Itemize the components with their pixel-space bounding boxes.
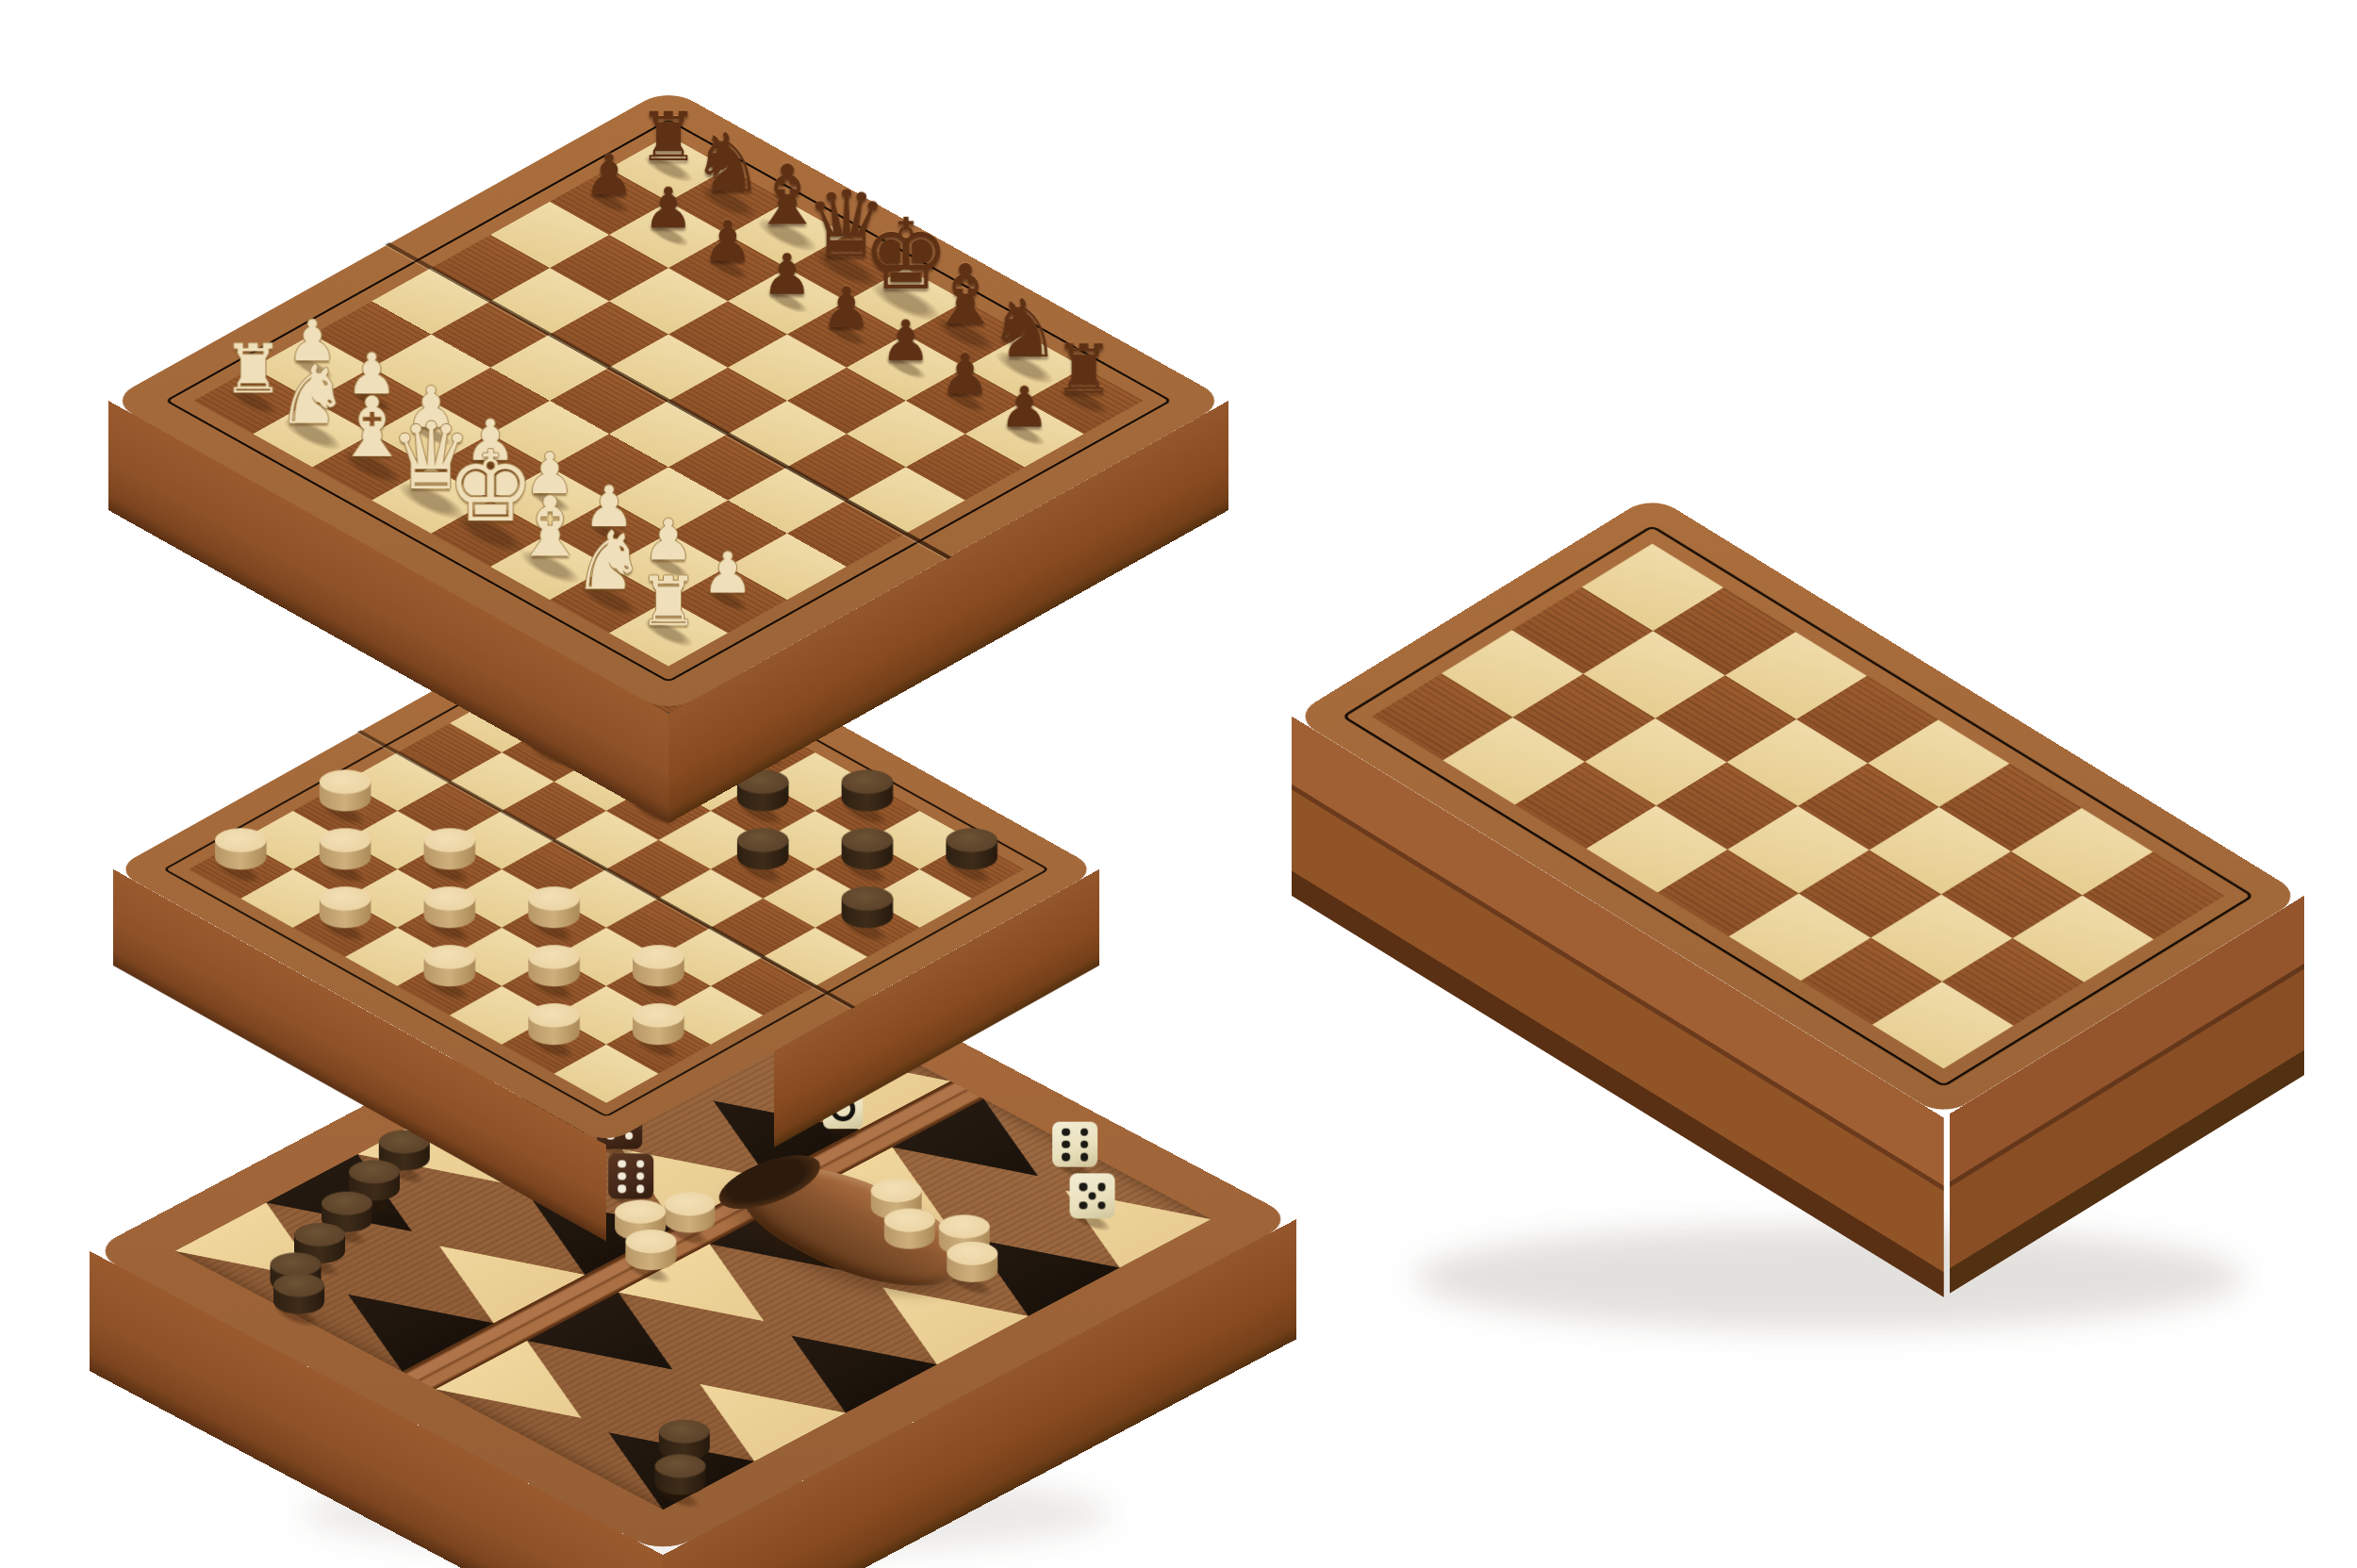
- chess-glyph: ♟: [762, 247, 813, 301]
- die-pip: [1080, 1128, 1088, 1135]
- die-pip: [1080, 1183, 1087, 1191]
- chess-glyph: ♟: [702, 214, 753, 268]
- closed-box-scene: [1292, 495, 2303, 1118]
- ground-shadow: [1414, 1226, 2244, 1329]
- die-pip: [1080, 1153, 1088, 1161]
- chess-glyph: ♜: [1053, 337, 1114, 401]
- chess-board: ♜♞♝♛♚♝♞♜♟♟♟♟♟♟♟♟♟♟♟♟♟♟♟♟♜♞♝♛♚♝♞♜: [108, 88, 1228, 714]
- chess-glyph: ♟: [584, 148, 635, 202]
- die-pip: [1080, 1141, 1088, 1148]
- chess-glyph: ♞: [573, 522, 646, 600]
- chess-glyph: ♟: [881, 314, 931, 368]
- product-photo-stage: ♜♞♝♛♚♝♞♜♟♟♟♟♟♟♟♟♟♟♟♟♟♟♟♟♜♞♝♛♚♝♞♜: [0, 0, 2357, 1568]
- closed-box: [1292, 495, 2303, 1118]
- die-pip: [1080, 1201, 1087, 1209]
- chess-glyph: ♟: [643, 513, 694, 567]
- die-pip: [1088, 1192, 1096, 1199]
- chess-glyph: ♜: [223, 337, 284, 401]
- die-pip: [1062, 1128, 1069, 1135]
- chess-glyph: ♜: [638, 569, 700, 633]
- die-pip: [1097, 1201, 1105, 1209]
- chess-glyph: ♟: [643, 181, 694, 235]
- die-pip: [1062, 1153, 1069, 1161]
- chess-glyph: ♟: [999, 380, 1050, 434]
- chess-glyph: ♞: [988, 290, 1061, 368]
- die-pip: [1097, 1183, 1105, 1191]
- chess-scene: ♜♞♝♛♚♝♞♜♟♟♟♟♟♟♟♟♟♟♟♟♟♟♟♟♜♞♝♛♚♝♞♜: [108, 88, 1228, 714]
- chess-glyph: ♟: [821, 281, 872, 335]
- die-pip: [1062, 1141, 1069, 1148]
- chess-glyph: ♜: [638, 104, 700, 168]
- chess-glyph: ♟: [702, 546, 753, 600]
- chess-glyph: ♟: [940, 347, 991, 401]
